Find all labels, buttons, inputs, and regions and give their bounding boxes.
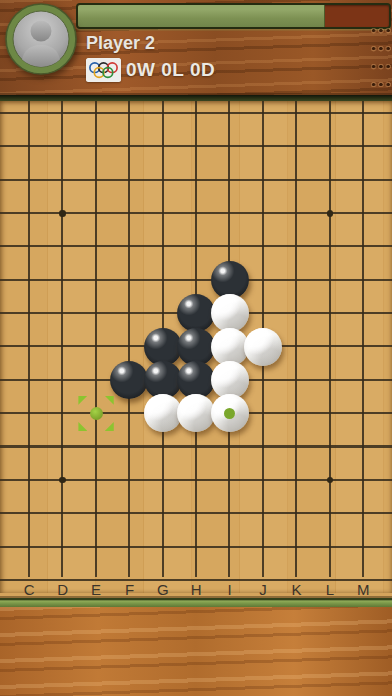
- last-move-marker: [224, 408, 235, 419]
- player2-avatar: [3, 1, 79, 77]
- player-control-bar: Put: [0, 607, 392, 696]
- cursor-dot: [90, 407, 103, 420]
- cursor-corner-bl: [78, 422, 87, 431]
- white-stone: ○: [177, 394, 215, 432]
- player2-record-row: 0W 0L 0D: [86, 58, 215, 82]
- cursor-corner-tl: [78, 396, 87, 405]
- white-stone-shading: [244, 328, 282, 366]
- opponent-info-bar: Player 2 0W 0L 0D: [0, 0, 392, 95]
- star-point: [327, 477, 334, 484]
- white-stone: ○: [211, 394, 249, 432]
- decorative-rivets: [370, 27, 392, 87]
- white-stone-shading: [144, 394, 182, 432]
- star-point: [327, 210, 334, 217]
- player2-timer-bar: [76, 3, 391, 29]
- olympic-rings-icon: [86, 58, 121, 82]
- star-point: [59, 210, 66, 217]
- gomoku-board[interactable]: ●●○●●○○●●●○○○○ CDEFGHIJKLM: [0, 95, 392, 607]
- white-stone: ○: [244, 328, 282, 366]
- cursor-corner-br: [105, 422, 114, 431]
- stones-grid[interactable]: ●●○●●○○●●●○○○○: [13, 97, 380, 597]
- star-point: [59, 477, 66, 484]
- gomoku-app-screen: Player 2 0W 0L 0D: [0, 0, 392, 696]
- placement-cursor[interactable]: [79, 397, 112, 430]
- player2-timer-fill: [78, 5, 325, 27]
- board-bottom-edge: [0, 598, 392, 607]
- player2-name: Player 2: [86, 33, 155, 54]
- black-stone: ●: [110, 361, 148, 399]
- white-stone: ○: [144, 394, 182, 432]
- cursor-corner-tr: [105, 396, 114, 405]
- player2-record: 0W 0L 0D: [126, 59, 215, 81]
